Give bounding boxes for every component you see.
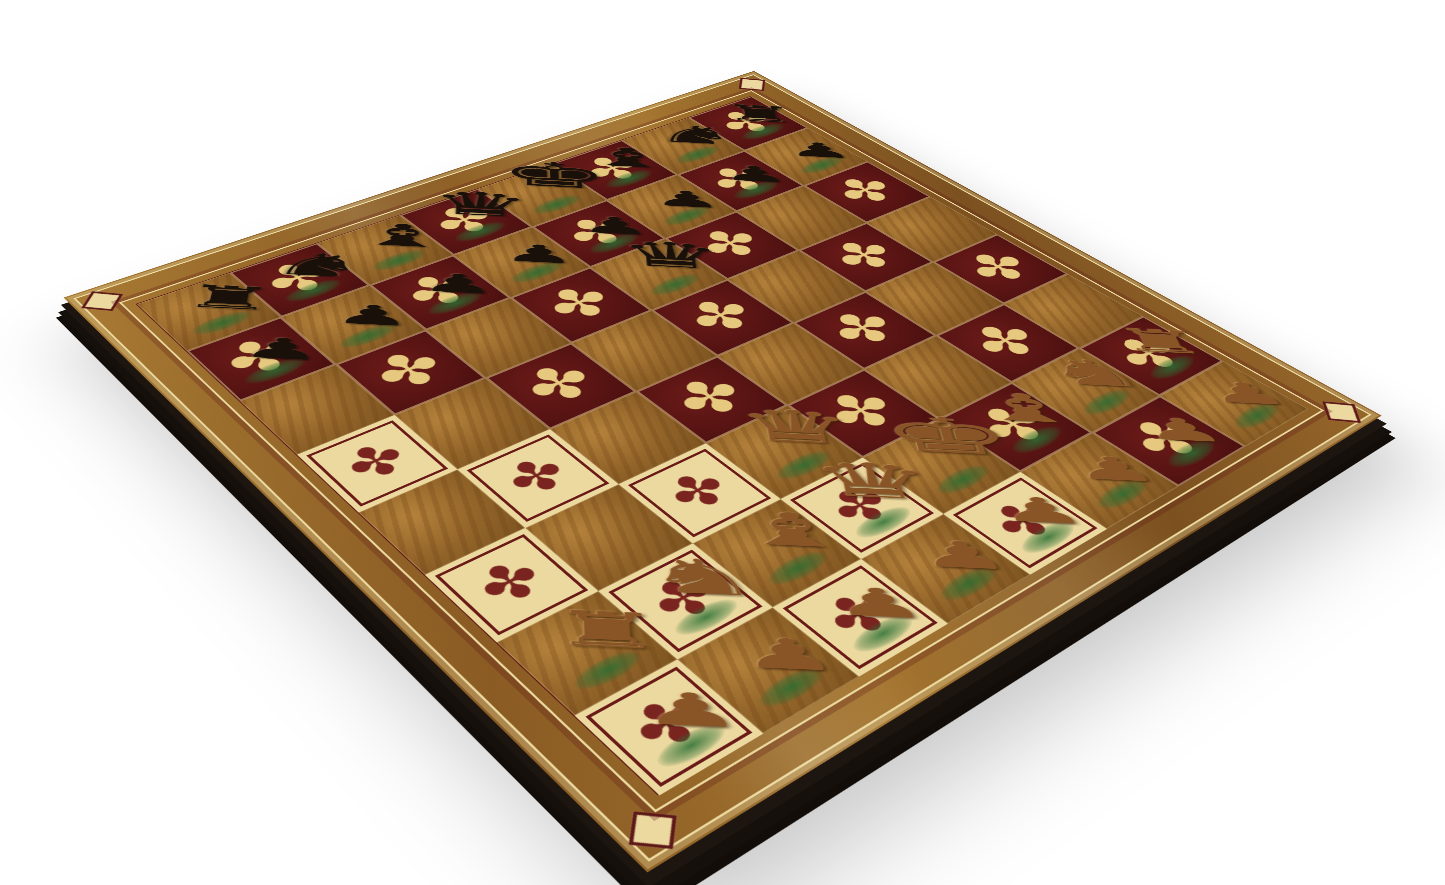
border-accent-diamond <box>81 291 123 311</box>
white-pawn[interactable]: ♟ <box>1067 451 1164 487</box>
black-extra-queen[interactable]: ♛ <box>617 236 725 275</box>
black-pawn[interactable]: ♟ <box>651 187 723 212</box>
quatrefoil-motif: ✤ <box>533 278 627 330</box>
chess-set-product-photo: ✤♜♞♟✤♝✤♟✤♚♟✤♛✤♟✤✤✤♝♟♛✤♞✤♟✤✤✤✤✤♜♜♟♞♟✤♟✤✤✤… <box>0 0 1445 885</box>
black-pawn[interactable]: ♟ <box>332 300 413 330</box>
black-bishop[interactable]: ♝ <box>354 218 450 252</box>
black-knight[interactable]: ♞ <box>268 247 367 282</box>
quatrefoil-motif: ✤ <box>655 464 743 519</box>
board-squares-grid: ✤♜♞♟✤♝✤♟✤♚♟✤♛✤♟✤✤✤♝♟♛✤♞✤♟✤✤✤✤✤♜♜♟♞♟✤♟✤✤✤… <box>135 96 1307 795</box>
white-pawn[interactable]: ♟ <box>914 535 1014 576</box>
black-queen[interactable]: ♛ <box>429 186 532 223</box>
quatrefoil-motif: ✤ <box>674 290 769 342</box>
border-accent-diamond <box>629 811 677 849</box>
quatrefoil-motif: ✤ <box>361 342 460 400</box>
black-pawn[interactable]: ♟ <box>420 269 497 298</box>
white-rook[interactable]: ♜ <box>550 603 666 656</box>
black-pawn[interactable]: ♟ <box>785 139 856 162</box>
quatrefoil-motif: ✤ <box>464 551 558 614</box>
border-accent-diamond <box>739 78 766 91</box>
black-rook[interactable]: ♜ <box>179 280 278 315</box>
black-pawn[interactable]: ♟ <box>239 333 325 365</box>
white-knight[interactable]: ♞ <box>1039 353 1151 393</box>
quatrefoil-motif: ✤ <box>494 449 581 504</box>
white-extra-queen[interactable]: ♛ <box>733 402 860 452</box>
white-knight[interactable]: ♞ <box>643 551 764 604</box>
white-pawn[interactable]: ♟ <box>639 685 744 734</box>
white-pawn[interactable]: ♟ <box>829 581 931 624</box>
quatrefoil-motif: ✤ <box>510 355 610 414</box>
chess-board: ✤♜♞♟✤♝✤♟✤♚♟✤♛✤♟✤✤✤♝♟♛✤♞✤♟✤✤✤✤✤♜♜♟♞♟✤♟✤✤✤… <box>64 71 1382 872</box>
border-accent-diamond <box>1322 401 1361 423</box>
white-bishop[interactable]: ♝ <box>732 505 853 555</box>
white-pawn[interactable]: ♟ <box>738 631 842 677</box>
black-pawn[interactable]: ♟ <box>720 162 792 186</box>
white-pawn[interactable]: ♟ <box>993 492 1092 530</box>
quatrefoil-motif: ✤ <box>333 435 419 489</box>
white-queen[interactable]: ♛ <box>806 455 940 508</box>
white-pawn[interactable]: ♟ <box>1201 377 1295 409</box>
black-pawn[interactable]: ♟ <box>502 240 576 267</box>
